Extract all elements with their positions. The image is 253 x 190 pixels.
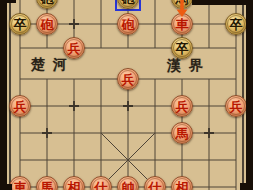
frame-margin-left (0, 0, 7, 190)
piece-red-horse[interactable]: 馬 (171, 122, 193, 144)
piece-red-soldier[interactable]: 兵 (225, 95, 247, 117)
piece-red-chariot[interactable]: 車 (171, 13, 193, 35)
river-label-chu: 楚河 (31, 56, 75, 74)
frame-margin-right (246, 0, 253, 190)
piece-black-soldier[interactable]: 卒 (171, 37, 193, 59)
river-label-han: 漢界 (167, 57, 211, 75)
frame-margin-top-right (192, 0, 253, 5)
piece-red-cannon[interactable]: 砲 (36, 13, 58, 35)
frame-margin-top-left (0, 0, 16, 3)
xiangqi-board-frame: 楚河 漢界 砲砲馬卒砲砲車卒兵卒兵兵兵兵馬車馬相仕帥仕相 (0, 0, 253, 190)
frame-margin-bottom-left (0, 184, 12, 190)
piece-black-soldier[interactable]: 卒 (225, 13, 247, 35)
piece-red-soldier[interactable]: 兵 (63, 37, 85, 59)
frame-margin-bottom-right (240, 183, 253, 190)
piece-red-soldier[interactable]: 兵 (171, 95, 193, 117)
piece-red-soldier[interactable]: 兵 (9, 95, 31, 117)
piece-red-cannon[interactable]: 砲 (117, 13, 139, 35)
piece-red-soldier[interactable]: 兵 (117, 68, 139, 90)
piece-black-soldier[interactable]: 卒 (9, 13, 31, 35)
